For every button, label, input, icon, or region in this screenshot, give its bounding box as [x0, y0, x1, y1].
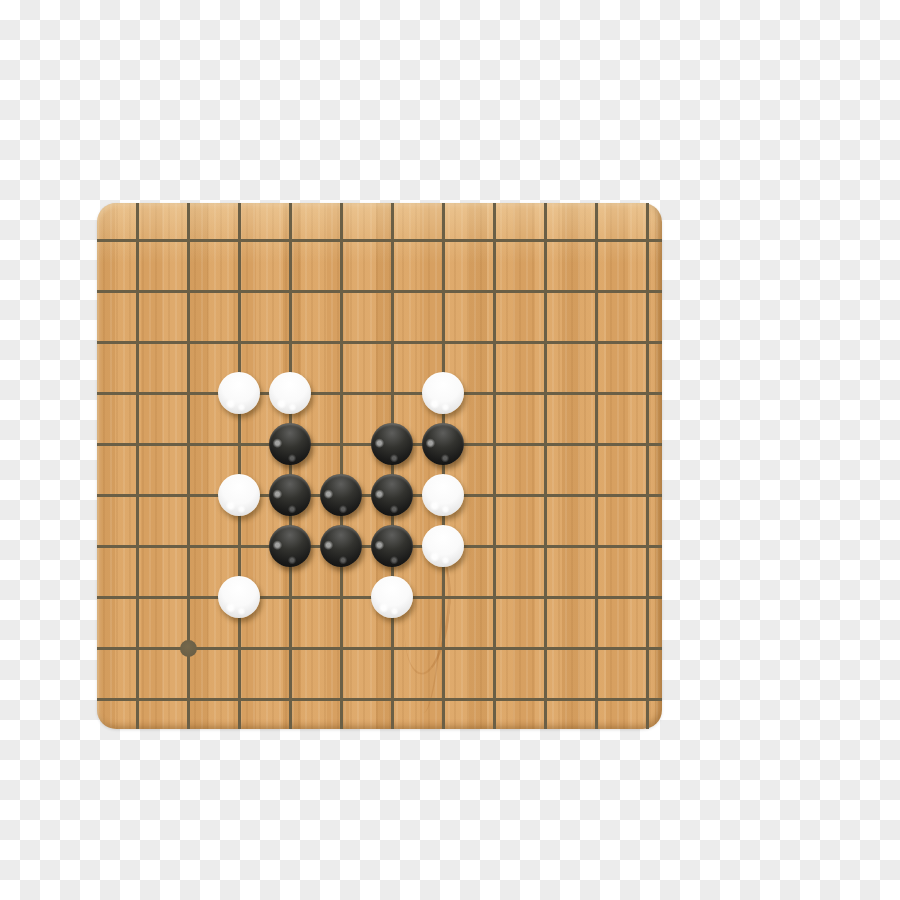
- black-stone[interactable]: [269, 474, 311, 516]
- grid-line-horizontal: [97, 239, 662, 242]
- black-stone[interactable]: [269, 423, 311, 465]
- black-stone[interactable]: [320, 474, 362, 516]
- white-stone[interactable]: [422, 525, 464, 567]
- white-stone[interactable]: [269, 372, 311, 414]
- grid-line-vertical: [442, 203, 445, 729]
- grid-line-horizontal: [97, 698, 662, 701]
- black-stone[interactable]: [422, 423, 464, 465]
- black-stone[interactable]: [320, 525, 362, 567]
- white-stone[interactable]: [218, 576, 260, 618]
- grid-line-vertical: [136, 203, 139, 729]
- grid-line-horizontal: [97, 290, 662, 293]
- grid-line-horizontal: [97, 341, 662, 344]
- go-board[interactable]: [97, 203, 662, 729]
- black-stone[interactable]: [269, 525, 311, 567]
- grid-line-vertical: [646, 203, 649, 729]
- white-stone[interactable]: [371, 576, 413, 618]
- grid-line-vertical: [595, 203, 598, 729]
- black-stone[interactable]: [371, 525, 413, 567]
- black-stone[interactable]: [371, 474, 413, 516]
- grid-line-horizontal: [97, 392, 662, 395]
- grid-line-vertical: [238, 203, 241, 729]
- grid-line-vertical: [391, 203, 394, 729]
- grid-line-vertical: [544, 203, 547, 729]
- white-stone[interactable]: [422, 372, 464, 414]
- transparency-checkerboard-background: [0, 0, 900, 900]
- star-point: [180, 640, 197, 657]
- white-stone[interactable]: [218, 474, 260, 516]
- grid-line-vertical: [340, 203, 343, 729]
- grid-line-vertical: [493, 203, 496, 729]
- white-stone[interactable]: [422, 474, 464, 516]
- white-stone[interactable]: [218, 372, 260, 414]
- grid-line-vertical: [289, 203, 292, 729]
- black-stone[interactable]: [371, 423, 413, 465]
